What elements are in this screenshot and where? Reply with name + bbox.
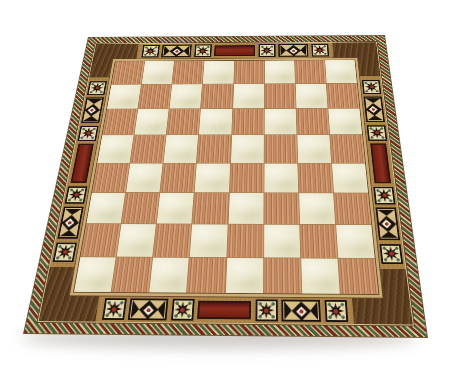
square-r7c4[interactable] [225,258,263,293]
square-r3c4[interactable] [231,135,264,162]
eight-point-star-mosaic-icon [171,299,195,321]
eight-point-star-mosaic-icon [379,244,403,264]
square-r6c2[interactable] [153,224,191,257]
eye-end-triangle [310,302,318,320]
eight-point-star-mosaic-icon [258,44,275,57]
square-r7c7[interactable] [338,259,378,295]
square-r5c0[interactable] [86,193,125,224]
eye-diamond [378,215,396,231]
red-wood-inlay-panel [70,144,93,183]
board-grid [73,60,379,295]
square-r4c0[interactable] [92,163,130,192]
photo-stage [0,0,452,385]
square-r7c1[interactable] [112,257,153,292]
square-r2c1[interactable] [134,109,168,135]
almond-eye-mosaic-icon [81,97,104,122]
eye-diamond [169,45,184,56]
square-r7c3[interactable] [187,258,226,293]
square-r4c7[interactable] [332,163,368,192]
square-r0c1[interactable] [142,61,174,84]
eye-core-dot [66,218,75,227]
square-r0c5[interactable] [265,60,295,83]
square-r5c1[interactable] [122,193,160,224]
eye-core-dot [173,48,181,54]
square-r1c4[interactable] [233,84,264,108]
eye-diamond [291,301,311,320]
square-r1c6[interactable] [296,84,328,108]
red-wood-inlay-panel [370,143,391,183]
square-r6c3[interactable] [190,224,227,257]
square-r6c6[interactable] [300,225,337,258]
square-r4c5[interactable] [264,163,298,192]
eight-point-star-mosaic-icon [255,299,277,321]
eye-diamond [139,300,158,319]
eye-end-triangle [300,45,306,56]
square-r4c4[interactable] [229,163,263,192]
square-r6c5[interactable] [264,224,300,257]
eye-end-triangle [64,209,82,215]
panel-vertical-wrap [370,143,391,183]
eight-point-star-mosaic-icon [102,298,127,320]
square-r1c1[interactable] [138,84,171,108]
square-r7c2[interactable] [149,258,189,293]
eye-diamond [366,103,382,116]
square-r5c3[interactable] [193,193,229,224]
eye-diamond [62,214,80,230]
almond-eye-mosaic-icon [278,44,308,57]
square-r5c5[interactable] [264,193,299,224]
square-r2c3[interactable] [199,109,232,135]
square-r6c4[interactable] [227,224,263,257]
eye-core-dot [89,107,97,114]
eye-vertical-wrap [81,97,104,122]
eye-vertical-wrap [376,207,401,240]
square-r4c1[interactable] [126,163,163,192]
square-r6c1[interactable] [117,224,156,257]
eye-core-dot [370,106,379,113]
square-r3c7[interactable] [330,135,365,162]
square-r1c2[interactable] [170,84,203,108]
eye-end-triangle [83,116,99,121]
square-r5c2[interactable] [157,193,194,224]
square-r7c6[interactable] [301,258,340,293]
eye-core-dot [289,47,297,53]
eight-point-star-mosaic-icon [53,242,77,262]
eight-point-star-mosaic-icon [65,186,88,203]
eight-point-star-mosaic-icon [194,44,212,57]
square-r6c0[interactable] [80,224,120,257]
eye-vertical-wrap [57,207,83,239]
eye-end-triangle [87,99,103,104]
panel-vertical-wrap [70,144,93,183]
almond-eye-mosaic-icon [128,298,169,320]
almond-eye-mosaic-icon [161,45,192,58]
eight-point-star-mosaic-icon [87,81,107,95]
square-r2c5[interactable] [264,109,296,135]
eye-core-dot [383,219,393,228]
square-r7c0[interactable] [74,257,116,292]
eye-end-triangle [367,115,383,120]
square-r1c0[interactable] [107,85,141,109]
eye-end-triangle [156,300,165,318]
almond-eye-mosaic-icon [376,207,401,240]
square-r6c7[interactable] [336,225,375,258]
square-r1c5[interactable] [264,84,295,108]
square-r3c1[interactable] [130,135,165,162]
square-r5c6[interactable] [299,193,335,224]
eye-end-triangle [60,230,78,236]
square-r3c5[interactable] [264,135,297,162]
border-motifs-bottom [97,296,352,324]
inner-frame [69,57,384,298]
square-r0c6[interactable] [295,60,326,83]
eye-core-dot [143,304,153,314]
eight-point-star-mosaic-icon [141,45,159,58]
eye-core-dot [296,305,306,315]
square-r1c7[interactable] [327,84,360,108]
eye-diamond [286,45,301,56]
square-r0c3[interactable] [203,61,234,84]
red-wood-inlay-panel [214,45,255,56]
square-r2c2[interactable] [167,109,201,135]
border-liner-line [36,41,415,326]
square-r4c3[interactable] [195,163,230,192]
square-r3c6[interactable] [297,135,331,162]
eight-point-star-mosaic-icon [78,126,99,141]
eight-point-star-mosaic-icon [367,125,388,140]
square-r2c7[interactable] [328,109,362,135]
eye-diamond [85,104,101,117]
chessboard [23,35,428,338]
square-r0c0[interactable] [111,61,144,84]
square-r7c5[interactable] [264,258,301,293]
square-r0c7[interactable] [325,60,357,83]
square-r3c2[interactable] [164,135,199,162]
eight-point-star-mosaic-icon [362,80,382,94]
square-r2c6[interactable] [296,109,329,135]
square-r0c4[interactable] [234,61,264,84]
square-r3c3[interactable] [197,135,231,162]
eight-point-star-mosaic-icon [324,300,348,322]
square-r4c6[interactable] [298,163,333,192]
square-r1c3[interactable] [201,84,233,108]
square-r5c7[interactable] [334,193,371,224]
square-r4c2[interactable] [160,163,196,192]
square-r5c4[interactable] [228,193,263,224]
border-motifs-top [138,43,332,59]
almond-eye-mosaic-icon [57,207,83,239]
almond-eye-mosaic-icon [364,96,385,122]
eight-point-star-mosaic-icon [311,44,329,57]
square-r3c0[interactable] [97,135,133,162]
eye-end-triangle [380,231,398,237]
square-r0c2[interactable] [172,61,204,84]
square-r2c0[interactable] [102,109,137,135]
eight-point-star-mosaic-icon [373,186,395,204]
square-r2c4[interactable] [232,109,264,135]
eye-end-triangle [183,46,190,57]
border-mosaic-band [39,42,413,324]
almond-eye-mosaic-icon [281,300,321,322]
red-wood-inlay-panel [197,301,251,320]
eye-vertical-wrap [364,96,385,122]
